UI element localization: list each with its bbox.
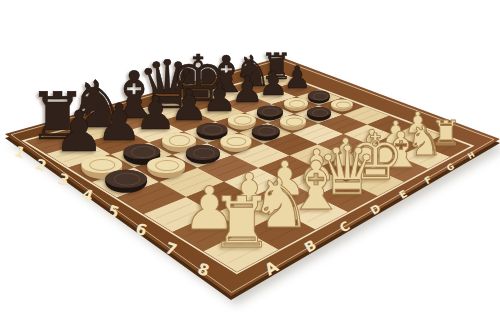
chess-checkers-board-photo: 12345678ABCDEFGH ♜♞♟♝♟♚♟♛♟♝♟♞♟♟♜♟♟♜♟♟♞♟♝… — [0, 0, 500, 330]
board-graphic: 12345678ABCDEFGH — [0, 0, 500, 330]
